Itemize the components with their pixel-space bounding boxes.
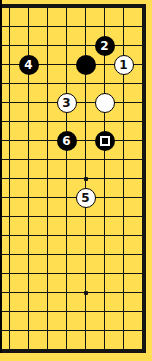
- stone-move-number: 6: [62, 134, 70, 146]
- grid-line-horizontal: [0, 311, 142, 312]
- grid-line-horizontal: [0, 45, 142, 46]
- board-edge-right: [142, 4, 146, 353]
- stone-move-number: 4: [24, 58, 32, 70]
- stone-R12[interactable]: [95, 131, 115, 151]
- grid-line-horizontal: [0, 273, 142, 274]
- board-cut-edge-left: [0, 0, 2, 353]
- stone-Q9[interactable]: 5: [76, 188, 96, 208]
- stone-S16[interactable]: 1: [114, 55, 134, 75]
- stone-P12[interactable]: 6: [57, 131, 77, 151]
- star-point-Q4: [84, 291, 88, 295]
- stone-move-number: 2: [100, 39, 108, 51]
- grid-line-horizontal: [0, 216, 142, 217]
- star-point-Q10: [84, 177, 88, 181]
- grid-line-horizontal: [0, 330, 142, 331]
- stone-move-number: 5: [81, 191, 89, 203]
- grid-line-horizontal: [0, 254, 142, 255]
- stone-move-number: 1: [119, 58, 127, 70]
- stone-P14[interactable]: 3: [57, 93, 77, 113]
- stone-R17[interactable]: 2: [95, 36, 115, 56]
- grid-line-horizontal: [0, 292, 142, 293]
- grid-line-horizontal: [0, 83, 142, 84]
- grid-line-horizontal: [0, 197, 142, 198]
- grid-line-horizontal: [0, 121, 142, 122]
- grid-line-horizontal: [0, 178, 142, 179]
- board-edge-top: [0, 4, 146, 8]
- stone-Q16[interactable]: [76, 55, 96, 75]
- stone-move-number: 3: [62, 96, 70, 108]
- stone-R14[interactable]: [95, 93, 115, 113]
- grid-line-horizontal: [0, 235, 142, 236]
- square-marker-icon: [100, 136, 110, 146]
- grid-line-horizontal: [0, 159, 142, 160]
- go-board-diagram[interactable]: 123456: [0, 0, 152, 361]
- board-edge-bottom: [0, 349, 146, 353]
- stone-N16[interactable]: 4: [19, 55, 39, 75]
- grid-line-horizontal: [0, 26, 142, 27]
